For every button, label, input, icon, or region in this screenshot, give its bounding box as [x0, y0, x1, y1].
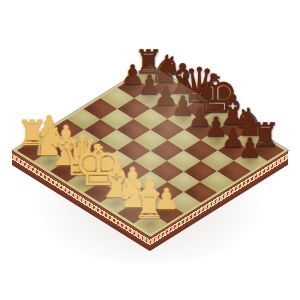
chess-set-photo: ♜♞♝♛♚♝♞♜♟♟♟♟♟♟♟♟♟♟♟♟♟♟♟♟♜♞♝♛♚♝♞♜: [0, 0, 300, 300]
